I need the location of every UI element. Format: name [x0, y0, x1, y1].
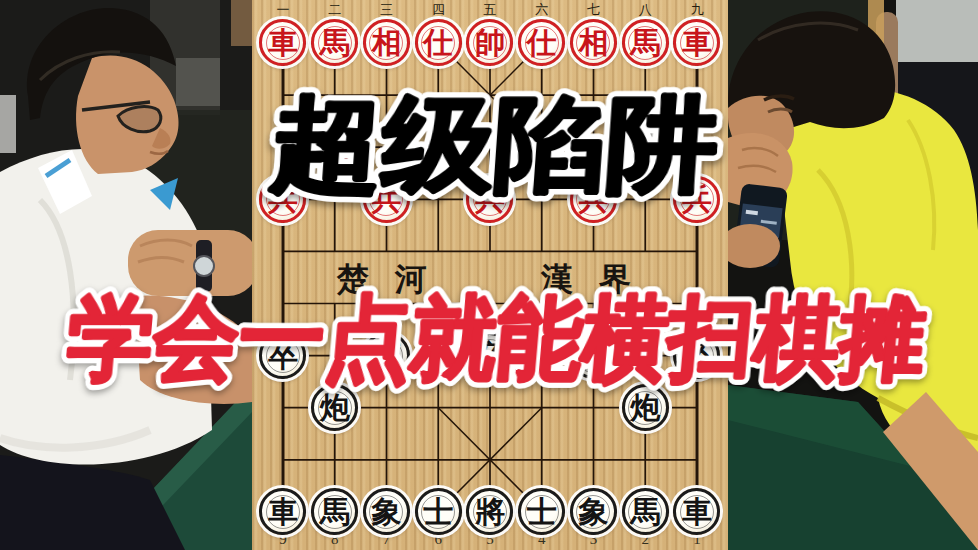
piece-character: 兵 — [268, 184, 298, 214]
piece-character: 馬 — [630, 497, 660, 527]
piece-red-elephant[interactable]: 相 — [570, 19, 617, 66]
piece-red-elephant[interactable]: 相 — [363, 19, 410, 66]
piece-red-advisor[interactable]: 仕 — [415, 19, 462, 66]
piece-character: 相 — [371, 28, 401, 58]
piece-red-cannon[interactable]: 炮 — [622, 124, 669, 171]
piece-character: 馬 — [320, 497, 350, 527]
left-player-photo — [0, 0, 252, 550]
board-grid: 車馬相仕帥仕相馬車炮炮兵兵兵兵兵卒卒卒卒卒炮炮車馬象士將士象馬車 — [257, 17, 723, 538]
piece-black-soldier[interactable]: 卒 — [673, 332, 720, 379]
piece-character: 帥 — [475, 28, 505, 58]
piece-red-cannon[interactable]: 炮 — [311, 124, 358, 171]
piece-red-chariot[interactable]: 車 — [259, 19, 306, 66]
piece-character: 卒 — [475, 341, 505, 371]
right-player-photo — [728, 0, 978, 550]
piece-black-elephant[interactable]: 象 — [363, 488, 410, 535]
piece-black-chariot[interactable]: 車 — [673, 488, 720, 535]
piece-red-advisor[interactable]: 仕 — [518, 19, 565, 66]
piece-red-soldier[interactable]: 兵 — [673, 176, 720, 223]
piece-red-general[interactable]: 帥 — [466, 19, 513, 66]
piece-character: 卒 — [682, 341, 712, 371]
piece-black-soldier[interactable]: 卒 — [466, 332, 513, 379]
piece-red-horse[interactable]: 馬 — [311, 19, 358, 66]
piece-character: 士 — [527, 497, 557, 527]
piece-character: 炮 — [320, 393, 350, 423]
piece-black-general[interactable]: 將 — [466, 488, 513, 535]
piece-character: 卒 — [371, 341, 401, 371]
piece-red-soldier[interactable]: 兵 — [259, 176, 306, 223]
piece-black-horse[interactable]: 馬 — [311, 488, 358, 535]
piece-character: 炮 — [630, 393, 660, 423]
piece-character: 車 — [268, 28, 298, 58]
piece-character: 馬 — [320, 28, 350, 58]
crossed-arm — [128, 230, 252, 296]
piece-black-soldier[interactable]: 卒 — [363, 332, 410, 379]
piece-black-elephant[interactable]: 象 — [570, 488, 617, 535]
piece-character: 士 — [423, 497, 453, 527]
piece-character: 炮 — [630, 132, 660, 162]
piece-character: 兵 — [682, 184, 712, 214]
video-frame: 楚河 漢界 一二三四五六七八九987654321 車馬相仕帥仕相馬車炮炮兵兵兵兵… — [0, 0, 978, 550]
piece-red-horse[interactable]: 馬 — [622, 19, 669, 66]
piece-character: 相 — [578, 28, 608, 58]
piece-black-cannon[interactable]: 炮 — [311, 384, 358, 431]
piece-character: 車 — [682, 497, 712, 527]
piece-character: 車 — [268, 497, 298, 527]
piece-red-soldier[interactable]: 兵 — [466, 176, 513, 223]
xiangqi-board: 楚河 漢界 一二三四五六七八九987654321 車馬相仕帥仕相馬車炮炮兵兵兵兵… — [252, 0, 728, 550]
piece-character: 象 — [578, 497, 608, 527]
piece-character: 象 — [371, 497, 401, 527]
piece-character: 將 — [475, 497, 505, 527]
piece-black-advisor[interactable]: 士 — [415, 488, 462, 535]
piece-red-soldier[interactable]: 兵 — [570, 176, 617, 223]
piece-character: 卒 — [578, 341, 608, 371]
piece-character: 兵 — [371, 184, 401, 214]
piece-character: 炮 — [320, 132, 350, 162]
piece-character: 車 — [682, 28, 712, 58]
piece-character: 兵 — [578, 184, 608, 214]
piece-character: 仕 — [423, 28, 453, 58]
piece-red-soldier[interactable]: 兵 — [363, 176, 410, 223]
piece-character: 兵 — [475, 184, 505, 214]
piece-black-cannon[interactable]: 炮 — [622, 384, 669, 431]
piece-black-soldier[interactable]: 卒 — [570, 332, 617, 379]
piece-black-advisor[interactable]: 士 — [518, 488, 565, 535]
piece-character: 仕 — [527, 28, 557, 58]
piece-black-horse[interactable]: 馬 — [622, 488, 669, 535]
piece-black-chariot[interactable]: 車 — [259, 488, 306, 535]
piece-red-chariot[interactable]: 車 — [673, 19, 720, 66]
piece-character: 馬 — [630, 28, 660, 58]
piece-black-soldier[interactable]: 卒 — [259, 332, 306, 379]
piece-character: 卒 — [268, 341, 298, 371]
